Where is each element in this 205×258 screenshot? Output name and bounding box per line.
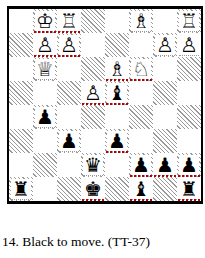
square-g5: ♟ [33, 105, 57, 129]
black-queen: ♛ [83, 155, 103, 176]
square-b8 [153, 177, 177, 201]
square-g2: ♙ [33, 33, 57, 57]
square-b4 [153, 81, 177, 105]
square-f8 [57, 177, 81, 201]
square-b2: ♙ [153, 33, 177, 57]
square-f5 [57, 105, 81, 129]
square-e4: ♙ [81, 81, 105, 105]
square-e5 [81, 105, 105, 129]
chess-board: ♔♖♗♖♙♙♙♙♕♗♘♙♝♟♟♟♛♟♟♟♜♚♝♜ [9, 9, 201, 201]
square-a6 [177, 129, 201, 153]
white-knight: ♘ [131, 59, 151, 80]
square-a1: ♖ [177, 9, 201, 33]
square-h4 [9, 81, 33, 105]
square-f3 [57, 57, 81, 81]
square-h1 [9, 9, 33, 33]
square-b6 [153, 129, 177, 153]
square-d8 [105, 177, 129, 201]
square-b7: ♟ [153, 153, 177, 177]
square-c6 [129, 129, 153, 153]
square-h8: ♜ [9, 177, 33, 201]
square-g7 [33, 153, 57, 177]
red-squiggle-underline [130, 199, 152, 201]
square-h6 [9, 129, 33, 153]
white-pawn: ♙ [83, 83, 103, 104]
square-h3 [9, 57, 33, 81]
white-bishop: ♗ [131, 11, 151, 32]
black-rook: ♜ [11, 179, 31, 200]
square-c7: ♟ [129, 153, 153, 177]
white-pawn: ♙ [155, 35, 175, 56]
white-bishop: ♗ [107, 59, 127, 80]
square-b1 [153, 9, 177, 33]
square-e6 [81, 129, 105, 153]
square-f1: ♖ [57, 9, 81, 33]
white-rook: ♖ [59, 11, 79, 32]
square-h7 [9, 153, 33, 177]
white-pawn: ♙ [179, 35, 199, 56]
square-f7 [57, 153, 81, 177]
white-queen: ♕ [35, 59, 55, 80]
square-f2: ♙ [57, 33, 81, 57]
square-g4 [33, 81, 57, 105]
square-e3 [81, 57, 105, 81]
square-a3 [177, 57, 201, 81]
square-a2: ♙ [177, 33, 201, 57]
black-pawn: ♟ [179, 155, 199, 176]
black-rook: ♜ [179, 179, 199, 200]
square-b5 [153, 105, 177, 129]
square-a7: ♟ [177, 153, 201, 177]
square-e1 [81, 9, 105, 33]
black-bishop: ♝ [107, 83, 127, 104]
white-king: ♔ [35, 11, 55, 32]
black-pawn: ♟ [131, 155, 151, 176]
red-squiggle-underline [82, 199, 104, 201]
square-a4 [177, 81, 201, 105]
black-pawn: ♟ [59, 131, 79, 152]
square-c2 [129, 33, 153, 57]
black-pawn: ♟ [155, 155, 175, 176]
square-e2 [81, 33, 105, 57]
square-d2 [105, 33, 129, 57]
square-f4 [57, 81, 81, 105]
square-c3: ♘ [129, 57, 153, 81]
square-e7: ♛ [81, 153, 105, 177]
square-h2 [9, 33, 33, 57]
square-d1 [105, 9, 129, 33]
black-pawn: ♟ [35, 107, 55, 128]
square-d7 [105, 153, 129, 177]
square-a8: ♜ [177, 177, 201, 201]
square-c8: ♝ [129, 177, 153, 201]
square-g3: ♕ [33, 57, 57, 81]
square-g8 [33, 177, 57, 201]
black-king: ♚ [83, 179, 103, 200]
square-d6: ♟ [105, 129, 129, 153]
square-d5 [105, 105, 129, 129]
chess-board-frame: ♔♖♗♖♙♙♙♙♕♗♘♙♝♟♟♟♛♟♟♟♜♚♝♜ [7, 6, 203, 204]
square-d4: ♝ [105, 81, 129, 105]
square-h5 [9, 105, 33, 129]
square-c5 [129, 105, 153, 129]
diagram-caption: 14. Black to move. (TT-37) [2, 234, 202, 250]
chess-diagram-figure: ♔♖♗♖♙♙♙♙♕♗♘♙♝♟♟♟♛♟♟♟♜♚♝♜ 14. Black to mo… [0, 0, 205, 258]
square-b3 [153, 57, 177, 81]
square-g6 [33, 129, 57, 153]
square-g1: ♔ [33, 9, 57, 33]
square-d3: ♗ [105, 57, 129, 81]
white-rook: ♖ [179, 11, 199, 32]
red-squiggle-underline [178, 199, 200, 201]
black-bishop: ♝ [131, 179, 151, 200]
white-pawn: ♙ [35, 35, 55, 56]
black-pawn: ♟ [107, 131, 127, 152]
white-pawn: ♙ [59, 35, 79, 56]
square-c1: ♗ [129, 9, 153, 33]
square-e8: ♚ [81, 177, 105, 201]
square-a5 [177, 105, 201, 129]
square-f6: ♟ [57, 129, 81, 153]
square-c4 [129, 81, 153, 105]
